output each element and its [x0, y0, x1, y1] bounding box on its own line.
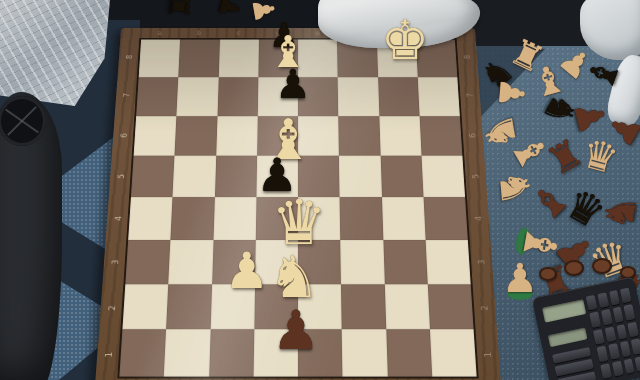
square-e8: [298, 40, 338, 78]
square-c1: [209, 329, 254, 376]
calculator-key: [609, 290, 621, 306]
calculator-keypad: [586, 288, 640, 379]
calculator-key: [612, 360, 624, 376]
square-d8: [258, 40, 298, 78]
square-a6: [134, 116, 177, 156]
square-f5: [339, 156, 381, 197]
calculator-key: [635, 356, 640, 372]
coord-label: b: [179, 29, 219, 38]
calculator-key: [616, 324, 628, 340]
calculator-key: [589, 312, 601, 328]
square-f3: [340, 240, 384, 284]
square-c7: [217, 77, 258, 116]
square-g7: [378, 77, 420, 116]
chair-wheel: [0, 96, 46, 146]
square-d2: [254, 284, 298, 330]
calculator-key: [623, 358, 635, 374]
square-f4: [340, 197, 383, 240]
square-f7: [338, 77, 379, 116]
square-d1: [253, 329, 298, 376]
square-e4: [298, 197, 340, 240]
square-d7: [258, 77, 298, 116]
square-e6: [298, 116, 339, 156]
coord-label: a: [139, 29, 179, 38]
square-h5: [421, 156, 465, 197]
chess-board: abcdefgh abcdefgh 87654321 87654321: [93, 0, 503, 380]
square-d5: [256, 156, 298, 197]
calculator-key: [627, 322, 639, 338]
square-a7: [136, 77, 178, 116]
coord-label: d: [258, 29, 298, 38]
calculator-key: [608, 343, 620, 359]
calculator-side-keys: [552, 347, 596, 380]
square-g3: [383, 240, 428, 284]
board-squares: [117, 38, 479, 378]
square-h4: [423, 197, 468, 240]
square-b5: [173, 156, 216, 197]
square-b2: [166, 284, 211, 330]
square-c5: [214, 156, 256, 197]
square-b8: [178, 40, 219, 78]
square-d3: [255, 240, 298, 284]
calculator-key: [624, 305, 636, 321]
square-b3: [168, 240, 213, 284]
square-a5: [131, 156, 175, 197]
square-a8: [139, 40, 181, 78]
square-e2: [298, 284, 342, 330]
calculator-key: [586, 295, 598, 311]
square-c6: [216, 116, 258, 156]
calculator-key: [631, 339, 640, 355]
square-a4: [128, 197, 173, 240]
calculator-key: [597, 346, 609, 362]
square-d6: [257, 116, 298, 156]
square-e1: [298, 329, 343, 376]
calculator-key: [604, 326, 616, 342]
square-h3: [425, 240, 470, 284]
square-a1: [119, 329, 166, 376]
calculator-key: [600, 363, 612, 379]
square-g5: [380, 156, 423, 197]
square-e7: [298, 77, 338, 116]
square-d4: [256, 197, 298, 240]
photo-scene: abcdefgh abcdefgh 87654321 87654321 ♟♟♜ …: [0, 0, 640, 380]
calculator-key: [612, 307, 624, 323]
square-c8: [218, 40, 258, 78]
calculator-key: [593, 329, 605, 345]
calculator-key: [597, 292, 609, 308]
square-g6: [379, 116, 421, 156]
calculator-display: [542, 299, 586, 322]
square-b6: [175, 116, 217, 156]
calculator-display-secondary: [548, 327, 588, 347]
square-b7: [177, 77, 219, 116]
calculator-key: [620, 288, 632, 304]
square-g4: [382, 197, 426, 240]
square-a2: [122, 284, 168, 330]
coord-label: c: [219, 29, 259, 38]
chair-base: [0, 92, 62, 380]
square-h7: [418, 77, 460, 116]
square-g1: [386, 329, 432, 376]
square-g2: [384, 284, 429, 330]
square-h1: [430, 329, 477, 376]
square-b4: [171, 197, 215, 240]
square-e3: [298, 240, 341, 284]
square-c4: [213, 197, 256, 240]
square-f6: [338, 116, 380, 156]
square-f2: [341, 284, 386, 330]
square-c3: [212, 240, 256, 284]
square-h2: [428, 284, 474, 330]
calculator-key: [601, 309, 613, 325]
board-frame: abcdefgh abcdefgh 87654321 87654321: [93, 28, 503, 380]
square-e5: [298, 156, 340, 197]
calculator-key: [619, 341, 631, 357]
square-a3: [125, 240, 170, 284]
square-c2: [210, 284, 255, 330]
square-f1: [342, 329, 387, 376]
square-h6: [419, 116, 462, 156]
square-b1: [164, 329, 210, 376]
